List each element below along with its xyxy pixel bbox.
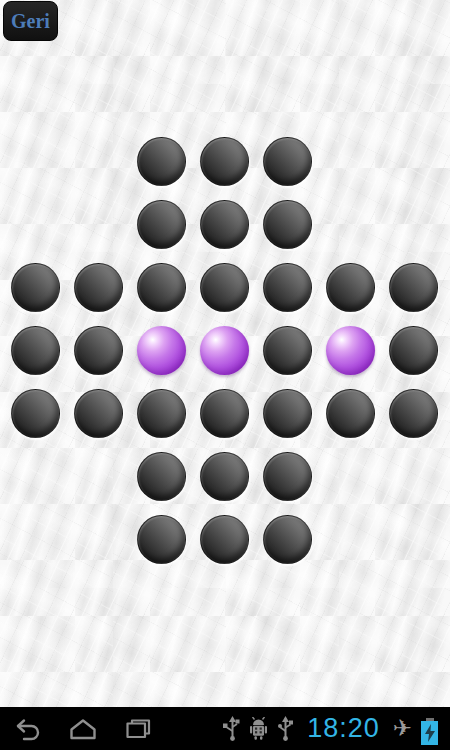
hole-r7c3[interactable] bbox=[137, 515, 186, 564]
hole-r4c5[interactable] bbox=[263, 326, 312, 375]
hole-r5c4[interactable] bbox=[200, 389, 249, 438]
hole-r7c5[interactable] bbox=[263, 515, 312, 564]
hole-r4c1[interactable] bbox=[11, 326, 60, 375]
usb-icon bbox=[277, 716, 294, 742]
hole-r3c1[interactable] bbox=[11, 263, 60, 312]
back-nav-icon[interactable] bbox=[15, 717, 41, 741]
peg-solitaire-board bbox=[4, 130, 445, 571]
back-button[interactable]: Geri bbox=[3, 1, 58, 41]
battery-charging-icon bbox=[421, 715, 438, 742]
home-icon[interactable] bbox=[68, 718, 98, 740]
hole-r6c4[interactable] bbox=[200, 452, 249, 501]
peg-r4c4[interactable] bbox=[200, 326, 249, 375]
hole-r3c5[interactable] bbox=[263, 263, 312, 312]
hole-r5c5[interactable] bbox=[263, 389, 312, 438]
airplane-mode-icon: ✈ bbox=[393, 717, 412, 740]
hole-r5c1[interactable] bbox=[11, 389, 60, 438]
hole-r3c2[interactable] bbox=[74, 263, 123, 312]
battery-body bbox=[421, 721, 438, 745]
hole-r3c6[interactable] bbox=[326, 263, 375, 312]
peg-r4c3[interactable] bbox=[137, 326, 186, 375]
hole-r3c4[interactable] bbox=[200, 263, 249, 312]
hole-r5c2[interactable] bbox=[74, 389, 123, 438]
recent-apps-icon[interactable] bbox=[125, 718, 151, 740]
hole-r4c2[interactable] bbox=[74, 326, 123, 375]
hole-r6c5[interactable] bbox=[263, 452, 312, 501]
hole-r6c3[interactable] bbox=[137, 452, 186, 501]
android-navigation-bar: 18:20 ✈ bbox=[0, 707, 450, 750]
hole-r5c3[interactable] bbox=[137, 389, 186, 438]
status-clock: 18:20 bbox=[307, 707, 380, 750]
game-area: Geri bbox=[0, 0, 450, 707]
status-area[interactable]: 18:20 ✈ bbox=[222, 707, 438, 750]
screen: Geri bbox=[0, 0, 450, 750]
hole-r5c7[interactable] bbox=[389, 389, 438, 438]
hole-r2c4[interactable] bbox=[200, 200, 249, 249]
hole-r1c4[interactable] bbox=[200, 137, 249, 186]
hole-r3c7[interactable] bbox=[389, 263, 438, 312]
hole-r1c5[interactable] bbox=[263, 137, 312, 186]
hole-r4c7[interactable] bbox=[389, 326, 438, 375]
hole-r3c3[interactable] bbox=[137, 263, 186, 312]
hole-r5c6[interactable] bbox=[326, 389, 375, 438]
usb-connected-icon bbox=[222, 716, 240, 742]
nav-buttons bbox=[15, 717, 151, 741]
hole-r7c4[interactable] bbox=[200, 515, 249, 564]
adb-android-icon bbox=[249, 717, 268, 740]
hole-r2c5[interactable] bbox=[263, 200, 312, 249]
hole-r2c3[interactable] bbox=[137, 200, 186, 249]
peg-r4c6[interactable] bbox=[326, 326, 375, 375]
hole-r1c3[interactable] bbox=[137, 137, 186, 186]
